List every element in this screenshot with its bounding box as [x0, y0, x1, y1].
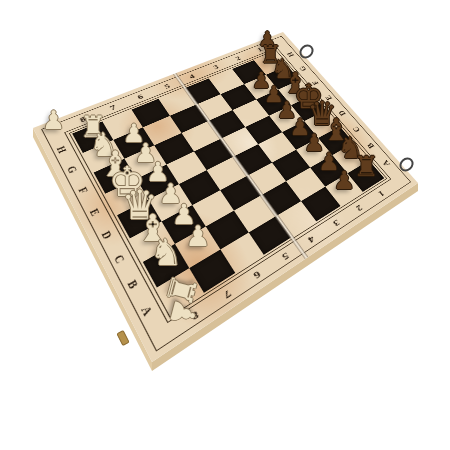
file-label-top-G: G — [297, 65, 308, 72]
file-label-bottom-A: A — [139, 303, 155, 318]
rank-label-right-8: 8 — [189, 309, 200, 322]
file-label-top-C: C — [351, 125, 362, 133]
file-label-bottom-C: C — [112, 252, 128, 265]
rank-label-right-5: 5 — [280, 251, 291, 262]
file-label-top-D: D — [337, 109, 348, 117]
rank-label-right-1: 1 — [377, 189, 387, 198]
file-label-top-B: B — [365, 142, 376, 150]
file-label-bottom-F: F — [77, 185, 91, 195]
file-label-bottom-E: E — [88, 206, 103, 217]
rank-label-left-3: 3 — [211, 63, 219, 70]
rank-label-left-7: 7 — [108, 103, 117, 111]
rank-label-left-8: 8 — [78, 115, 87, 124]
rank-label-right-6: 6 — [252, 269, 263, 281]
brass-latch-icon — [116, 330, 129, 346]
rank-label-left-4: 4 — [188, 73, 196, 80]
file-label-top-H: H — [285, 51, 295, 58]
chess-set-photo: HHGGFFEEDDCCBBAA1122334455667788 ♜♞♝♛♚♝♞… — [0, 0, 450, 450]
rank-label-right-4: 4 — [306, 234, 316, 245]
file-label-top-A: A — [380, 159, 391, 168]
squares-grid — [72, 52, 384, 314]
file-label-bottom-D: D — [100, 229, 115, 241]
file-label-top-F: F — [310, 80, 320, 87]
chess-board: HHGGFFEEDDCCBBAA1122334455667788 — [33, 32, 418, 362]
rank-label-left-6: 6 — [136, 92, 145, 100]
rank-label-left-2: 2 — [234, 55, 242, 62]
rank-label-left-5: 5 — [162, 82, 170, 89]
rank-label-right-3: 3 — [331, 218, 341, 228]
rank-label-left-1: 1 — [256, 46, 264, 52]
file-label-top-E: E — [323, 94, 333, 101]
rank-label-right-2: 2 — [355, 203, 365, 213]
file-label-bottom-H: H — [55, 144, 69, 154]
rank-label-right-7: 7 — [222, 288, 233, 301]
file-label-bottom-G: G — [66, 164, 81, 175]
file-label-bottom-B: B — [126, 277, 142, 290]
